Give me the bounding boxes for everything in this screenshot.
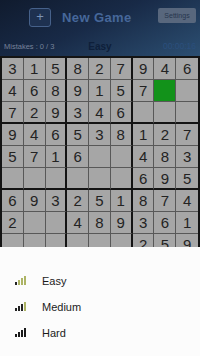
- sudoku-cell[interactable]: 6: [176, 58, 198, 80]
- sudoku-cell[interactable]: 2: [67, 190, 89, 212]
- sudoku-cell[interactable]: [24, 212, 46, 234]
- sudoku-cell[interactable]: 7: [2, 102, 24, 124]
- sudoku-cell[interactable]: 2: [24, 102, 46, 124]
- sudoku-cell[interactable]: 2: [2, 212, 24, 234]
- sudoku-cell[interactable]: 4: [133, 146, 155, 168]
- sudoku-cell[interactable]: 7: [176, 124, 198, 146]
- sudoku-cell[interactable]: 5: [2, 146, 24, 168]
- timer: 00:00:16: [132, 41, 196, 51]
- sudoku-cell[interactable]: 3: [67, 102, 89, 124]
- sudoku-cell[interactable]: 1: [24, 58, 46, 80]
- sudoku-cell[interactable]: 9: [176, 234, 198, 247]
- sudoku-cell[interactable]: 6: [133, 168, 155, 190]
- difficulty-menu: Easy Medium Hard: [0, 247, 200, 339]
- sudoku-cell[interactable]: [46, 234, 68, 247]
- menu-item-label: Easy: [42, 275, 66, 287]
- menu-item-medium[interactable]: Medium: [15, 300, 200, 313]
- sudoku-cell[interactable]: [133, 102, 155, 124]
- sudoku-cell[interactable]: 9: [154, 168, 176, 190]
- sudoku-cell[interactable]: 6: [154, 212, 176, 234]
- sudoku-cell[interactable]: 6: [111, 102, 133, 124]
- sudoku-cell[interactable]: 9: [67, 80, 89, 102]
- difficulty-label: Easy: [68, 41, 132, 52]
- sudoku-cell[interactable]: 5: [154, 234, 176, 247]
- sudoku-cell[interactable]: 5: [176, 168, 198, 190]
- sudoku-cell[interactable]: 6: [67, 146, 89, 168]
- difficulty-hard-icon: [15, 328, 27, 337]
- board-clip: 3158279464689157729346946538127571648369…: [0, 56, 200, 247]
- sudoku-cell[interactable]: 7: [24, 146, 46, 168]
- app-window: + New Game Settings Mistakes : 0 / 3 Eas…: [0, 0, 200, 356]
- sudoku-cell[interactable]: [111, 168, 133, 190]
- sudoku-cell[interactable]: 7: [154, 190, 176, 212]
- sudoku-cell[interactable]: 9: [46, 102, 68, 124]
- sudoku-cell[interactable]: 6: [2, 190, 24, 212]
- sudoku-cell[interactable]: 6: [24, 80, 46, 102]
- sudoku-cell[interactable]: 3: [2, 58, 24, 80]
- sudoku-cell[interactable]: 4: [2, 80, 24, 102]
- sudoku-cell[interactable]: 3: [176, 146, 198, 168]
- sudoku-cell[interactable]: [46, 212, 68, 234]
- sudoku-cell[interactable]: 5: [111, 80, 133, 102]
- status-bar: Mistakes : 0 / 3 Easy 00:00:16: [0, 38, 200, 54]
- menu-item-easy[interactable]: Easy: [15, 274, 200, 287]
- sudoku-cell[interactable]: 4: [67, 212, 89, 234]
- sudoku-cell[interactable]: [89, 146, 111, 168]
- sudoku-cell[interactable]: 1: [176, 212, 198, 234]
- sudoku-cell[interactable]: [111, 234, 133, 247]
- sudoku-cell[interactable]: 1: [133, 124, 155, 146]
- sudoku-cell[interactable]: 2: [89, 58, 111, 80]
- sudoku-cell[interactable]: 5: [46, 58, 68, 80]
- sudoku-cell[interactable]: 5: [89, 190, 111, 212]
- menu-item-hard[interactable]: Hard: [15, 326, 200, 339]
- mistakes-counter: Mistakes : 0 / 3: [4, 42, 68, 51]
- sudoku-cell[interactable]: [67, 168, 89, 190]
- sudoku-cell[interactable]: [2, 234, 24, 247]
- sudoku-cell[interactable]: [154, 102, 176, 124]
- sudoku-cell[interactable]: [67, 234, 89, 247]
- sudoku-cell[interactable]: 5: [67, 124, 89, 146]
- sudoku-cell[interactable]: 9: [111, 212, 133, 234]
- plus-icon: +: [36, 9, 44, 24]
- sudoku-cell[interactable]: 4: [89, 102, 111, 124]
- sudoku-cell[interactable]: [89, 168, 111, 190]
- sudoku-cell[interactable]: [176, 102, 198, 124]
- sudoku-cell[interactable]: 3: [89, 124, 111, 146]
- menu-item-label: Hard: [42, 327, 66, 339]
- sudoku-cell[interactable]: 4: [176, 190, 198, 212]
- sudoku-board: 3158279464689157729346946538127571648369…: [0, 56, 200, 247]
- sudoku-cell[interactable]: 1: [46, 146, 68, 168]
- difficulty-easy-icon: [15, 276, 27, 285]
- sudoku-cell[interactable]: [176, 80, 198, 102]
- menu-item-label: Medium: [42, 301, 81, 313]
- sudoku-cell[interactable]: 4: [24, 124, 46, 146]
- sudoku-cell[interactable]: [154, 80, 176, 102]
- sudoku-cell[interactable]: 8: [154, 146, 176, 168]
- sudoku-cell[interactable]: 8: [111, 124, 133, 146]
- sudoku-cell[interactable]: 8: [67, 58, 89, 80]
- sudoku-cell[interactable]: [89, 234, 111, 247]
- sudoku-cell[interactable]: 6: [46, 124, 68, 146]
- sudoku-cell[interactable]: 3: [46, 190, 68, 212]
- sudoku-cell[interactable]: [46, 168, 68, 190]
- sudoku-cell[interactable]: [111, 146, 133, 168]
- sudoku-cell[interactable]: 8: [89, 212, 111, 234]
- page-title: New Game: [62, 10, 132, 25]
- sudoku-cell[interactable]: 1: [111, 190, 133, 212]
- sudoku-cell[interactable]: 2: [154, 124, 176, 146]
- sudoku-cell[interactable]: [2, 168, 24, 190]
- header: + New Game Settings Mistakes : 0 / 3 Eas…: [0, 0, 200, 56]
- sudoku-cell[interactable]: 8: [46, 80, 68, 102]
- difficulty-medium-icon: [15, 302, 27, 311]
- sudoku-cell[interactable]: 1: [89, 80, 111, 102]
- sudoku-cell[interactable]: 7: [111, 58, 133, 80]
- sudoku-cell[interactable]: 9: [24, 190, 46, 212]
- sudoku-cell[interactable]: 3: [133, 212, 155, 234]
- sudoku-cell[interactable]: [24, 168, 46, 190]
- sudoku-cell[interactable]: 4: [154, 58, 176, 80]
- sudoku-cell[interactable]: 9: [133, 58, 155, 80]
- new-game-plus-button[interactable]: +: [29, 8, 51, 27]
- sudoku-cell[interactable]: 9: [2, 124, 24, 146]
- sudoku-cell[interactable]: 2: [133, 234, 155, 247]
- sudoku-cell[interactable]: [24, 234, 46, 247]
- sudoku-cell[interactable]: 8: [133, 190, 155, 212]
- sudoku-cell[interactable]: 7: [133, 80, 155, 102]
- settings-button[interactable]: Settings: [158, 8, 196, 23]
